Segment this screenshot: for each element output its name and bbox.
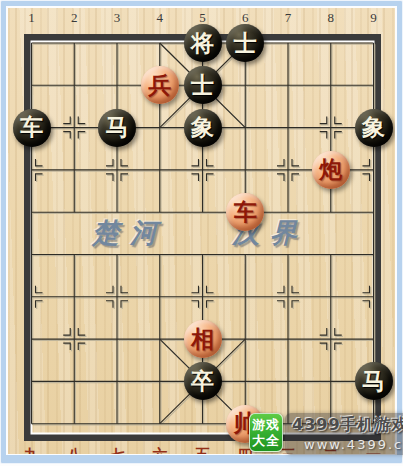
watermark-url-text: www.4399.cn: [292, 437, 403, 452]
piece-red-elephant[interactable]: 相: [184, 320, 222, 358]
piece-black-horse[interactable]: 马: [98, 109, 136, 147]
file-label-top-2: 2: [71, 10, 78, 26]
xiangqi-board[interactable]: 123456789九八七六五四三二一楚河汉界将士兵士车马象象炮车相卒马帅: [8, 8, 395, 454]
file-label-top-4: 4: [157, 10, 164, 26]
piece-red-soldier[interactable]: 兵: [141, 66, 179, 104]
watermark-logo: 游戏 大全: [249, 413, 283, 452]
piece-black-advisor[interactable]: 士: [184, 66, 222, 104]
watermark: 游戏 大全 4399手机游戏网 www.4399.cn: [249, 413, 403, 455]
file-label-top-9: 9: [370, 10, 377, 26]
piece-black-advisor[interactable]: 士: [226, 24, 264, 62]
file-label-top-8: 8: [328, 10, 335, 26]
river-label-left: 楚河: [92, 215, 168, 251]
file-label-bottom: 六: [152, 446, 167, 454]
piece-black-soldier[interactable]: 卒: [184, 362, 222, 400]
file-label-top-7: 7: [285, 10, 292, 26]
piece-black-general[interactable]: 将: [184, 24, 222, 62]
file-label-bottom: 九: [24, 446, 39, 454]
app-window: 123456789九八七六五四三二一楚河汉界将士兵士车马象象炮车相卒马帅 游戏 …: [0, 0, 403, 466]
watermark-panel: 4399手机游戏网 www.4399.cn: [285, 413, 403, 455]
piece-black-chariot[interactable]: 车: [13, 109, 51, 147]
file-label-bottom: 八: [67, 446, 82, 454]
file-label-bottom: 七: [110, 446, 125, 454]
file-label-top-3: 3: [114, 10, 121, 26]
file-label-bottom: 五: [195, 446, 210, 454]
watermark-logo-line2: 大全: [250, 433, 282, 449]
piece-red-cannon[interactable]: 炮: [312, 151, 350, 189]
file-label-top-1: 1: [28, 10, 35, 26]
watermark-site-text: 4399手机游戏网: [292, 415, 403, 436]
watermark-logo-line1: 游戏: [250, 417, 282, 433]
piece-black-horse[interactable]: 马: [355, 362, 393, 400]
piece-black-elephant[interactable]: 象: [355, 109, 393, 147]
piece-black-elephant[interactable]: 象: [184, 109, 222, 147]
